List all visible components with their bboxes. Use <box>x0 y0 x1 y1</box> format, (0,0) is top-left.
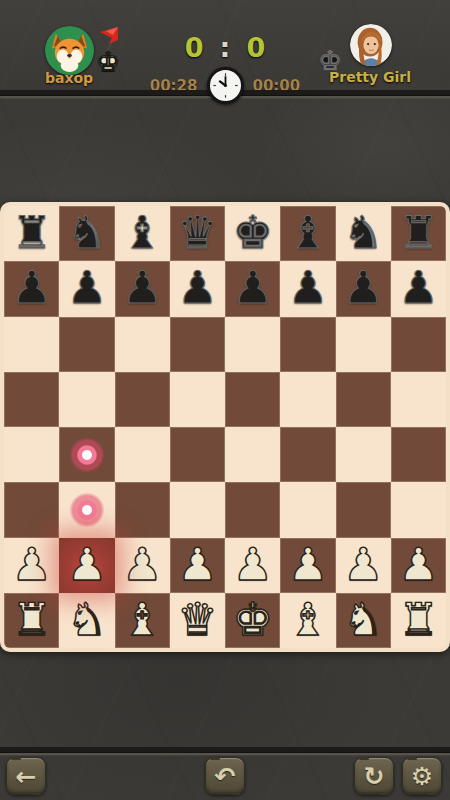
square-e5[interactable] <box>225 372 280 427</box>
square-h2[interactable]: ♟ <box>391 538 446 593</box>
square-c2[interactable]: ♟ <box>115 538 170 593</box>
piece-white-knight[interactable]: ♞ <box>67 597 107 642</box>
square-c6[interactable] <box>115 317 170 372</box>
square-d8[interactable]: ♛ <box>170 206 225 261</box>
square-h4[interactable] <box>391 427 446 482</box>
move-hint-dot-b4[interactable] <box>63 431 111 479</box>
square-a5[interactable] <box>4 372 59 427</box>
square-b2[interactable]: ♟ <box>59 538 114 593</box>
square-a2[interactable]: ♟ <box>4 538 59 593</box>
piece-black-pawn[interactable]: ♟ <box>288 265 328 310</box>
square-b7[interactable]: ♟ <box>59 261 114 316</box>
piece-white-bishop[interactable]: ♝ <box>288 597 328 642</box>
piece-white-king[interactable]: ♚ <box>232 597 272 642</box>
piece-black-knight[interactable]: ♞ <box>343 210 383 255</box>
square-d5[interactable] <box>170 372 225 427</box>
square-h7[interactable]: ♟ <box>391 261 446 316</box>
square-b3[interactable] <box>59 482 114 537</box>
square-a7[interactable]: ♟ <box>4 261 59 316</box>
chess-board-frame: ♜♞♝♛♚♝♞♜♟♟♟♟♟♟♟♟♟♟♟♟♟♟♟♟♜♞♝♛♚♝♞♜ <box>0 202 450 652</box>
piece-white-queen[interactable]: ♛ <box>177 597 217 642</box>
right-player-name: Pretty Girl <box>310 69 430 85</box>
flip-board-icon: ↻ <box>364 764 385 789</box>
square-e2[interactable]: ♟ <box>225 538 280 593</box>
move-hint-dot-b3[interactable] <box>63 486 111 534</box>
piece-white-pawn[interactable]: ♟ <box>232 542 272 587</box>
square-f3[interactable] <box>280 482 335 537</box>
square-b1[interactable]: ♞ <box>59 593 114 648</box>
square-b6[interactable] <box>59 317 114 372</box>
piece-white-pawn[interactable]: ♟ <box>177 542 217 587</box>
square-a4[interactable] <box>4 427 59 482</box>
piece-black-pawn[interactable]: ♟ <box>11 265 51 310</box>
square-h6[interactable] <box>391 317 446 372</box>
square-d4[interactable] <box>170 427 225 482</box>
flip-board-button[interactable]: ↻ <box>354 757 394 795</box>
piece-black-knight[interactable]: ♞ <box>67 210 107 255</box>
left-player-avatar[interactable] <box>45 26 94 75</box>
piece-white-bishop[interactable]: ♝ <box>122 597 162 642</box>
chess-board[interactable]: ♜♞♝♛♚♝♞♜♟♟♟♟♟♟♟♟♟♟♟♟♟♟♟♟♜♞♝♛♚♝♞♜ <box>4 206 446 648</box>
piece-black-queen[interactable]: ♛ <box>177 210 217 255</box>
square-h5[interactable] <box>391 372 446 427</box>
settings-button[interactable]: ⚙ <box>402 757 442 795</box>
left-player-name: baxop <box>9 70 129 86</box>
piece-black-rook[interactable]: ♜ <box>11 210 51 255</box>
square-g7[interactable]: ♟ <box>336 261 391 316</box>
square-c3[interactable] <box>115 482 170 537</box>
square-d3[interactable] <box>170 482 225 537</box>
square-a3[interactable] <box>4 482 59 537</box>
app-screen: ♚ baxop 0 : 0 00:28 00:00 ♚ <box>0 0 450 800</box>
square-c8[interactable]: ♝ <box>115 206 170 261</box>
piece-black-pawn[interactable]: ♟ <box>343 265 383 310</box>
score-display: 0 : 0 <box>155 32 295 63</box>
square-h8[interactable]: ♜ <box>391 206 446 261</box>
clock-icon <box>207 67 244 104</box>
square-e8[interactable]: ♚ <box>225 206 280 261</box>
square-f2[interactable]: ♟ <box>280 538 335 593</box>
square-f1[interactable]: ♝ <box>280 593 335 648</box>
piece-black-pawn[interactable]: ♟ <box>398 265 438 310</box>
square-f8[interactable]: ♝ <box>280 206 335 261</box>
undo-button[interactable]: ↶ <box>205 757 245 795</box>
piece-white-pawn[interactable]: ♟ <box>11 542 51 587</box>
settings-gear-icon: ⚙ <box>411 764 433 789</box>
square-g6[interactable] <box>336 317 391 372</box>
square-h1[interactable]: ♜ <box>391 593 446 648</box>
square-d7[interactable]: ♟ <box>170 261 225 316</box>
square-c7[interactable]: ♟ <box>115 261 170 316</box>
square-f7[interactable]: ♟ <box>280 261 335 316</box>
fox-avatar-image <box>45 26 94 75</box>
girl-avatar-image <box>350 24 392 66</box>
square-f4[interactable] <box>280 427 335 482</box>
piece-white-pawn[interactable]: ♟ <box>343 542 383 587</box>
piece-white-rook[interactable]: ♜ <box>11 597 51 642</box>
piece-black-bishop[interactable]: ♝ <box>288 210 328 255</box>
score-left: 0 <box>185 32 204 63</box>
square-b4[interactable] <box>59 427 114 482</box>
piece-white-pawn[interactable]: ♟ <box>122 542 162 587</box>
score-right: 0 <box>246 32 265 63</box>
score-colon: : <box>220 32 231 63</box>
square-a8[interactable]: ♜ <box>4 206 59 261</box>
toolbar-divider <box>0 747 450 756</box>
right-player-avatar[interactable] <box>350 24 392 66</box>
square-d1[interactable]: ♛ <box>170 593 225 648</box>
undo-icon: ↶ <box>215 764 236 789</box>
square-e7[interactable]: ♟ <box>225 261 280 316</box>
piece-black-pawn[interactable]: ♟ <box>177 265 217 310</box>
piece-black-pawn[interactable]: ♟ <box>122 265 162 310</box>
square-e6[interactable] <box>225 317 280 372</box>
piece-black-rook[interactable]: ♜ <box>398 210 438 255</box>
square-g4[interactable] <box>336 427 391 482</box>
square-c1[interactable]: ♝ <box>115 593 170 648</box>
square-c5[interactable] <box>115 372 170 427</box>
piece-white-pawn[interactable]: ♟ <box>288 542 328 587</box>
piece-black-pawn[interactable]: ♟ <box>67 265 107 310</box>
piece-white-rook[interactable]: ♜ <box>398 597 438 642</box>
piece-white-knight[interactable]: ♞ <box>343 597 383 642</box>
square-g2[interactable]: ♟ <box>336 538 391 593</box>
square-d2[interactable]: ♟ <box>170 538 225 593</box>
square-g1[interactable]: ♞ <box>336 593 391 648</box>
piece-black-bishop[interactable]: ♝ <box>122 210 162 255</box>
piece-white-pawn[interactable]: ♟ <box>398 542 438 587</box>
square-b5[interactable] <box>59 372 114 427</box>
back-icon: ← <box>16 764 37 789</box>
piece-white-pawn[interactable]: ♟ <box>67 542 107 587</box>
header-bar: ♚ baxop 0 : 0 00:28 00:00 ♚ <box>0 0 450 92</box>
square-e3[interactable] <box>225 482 280 537</box>
back-button[interactable]: ← <box>6 757 46 795</box>
square-g8[interactable]: ♞ <box>336 206 391 261</box>
square-g3[interactable] <box>336 482 391 537</box>
square-d6[interactable] <box>170 317 225 372</box>
square-c4[interactable] <box>115 427 170 482</box>
square-e1[interactable]: ♚ <box>225 593 280 648</box>
square-e4[interactable] <box>225 427 280 482</box>
square-f5[interactable] <box>280 372 335 427</box>
square-h3[interactable] <box>391 482 446 537</box>
piece-black-pawn[interactable]: ♟ <box>232 265 272 310</box>
square-b8[interactable]: ♞ <box>59 206 114 261</box>
square-a1[interactable]: ♜ <box>4 593 59 648</box>
piece-black-king[interactable]: ♚ <box>232 210 272 255</box>
square-a6[interactable] <box>4 317 59 372</box>
square-g5[interactable] <box>336 372 391 427</box>
square-f6[interactable] <box>280 317 335 372</box>
